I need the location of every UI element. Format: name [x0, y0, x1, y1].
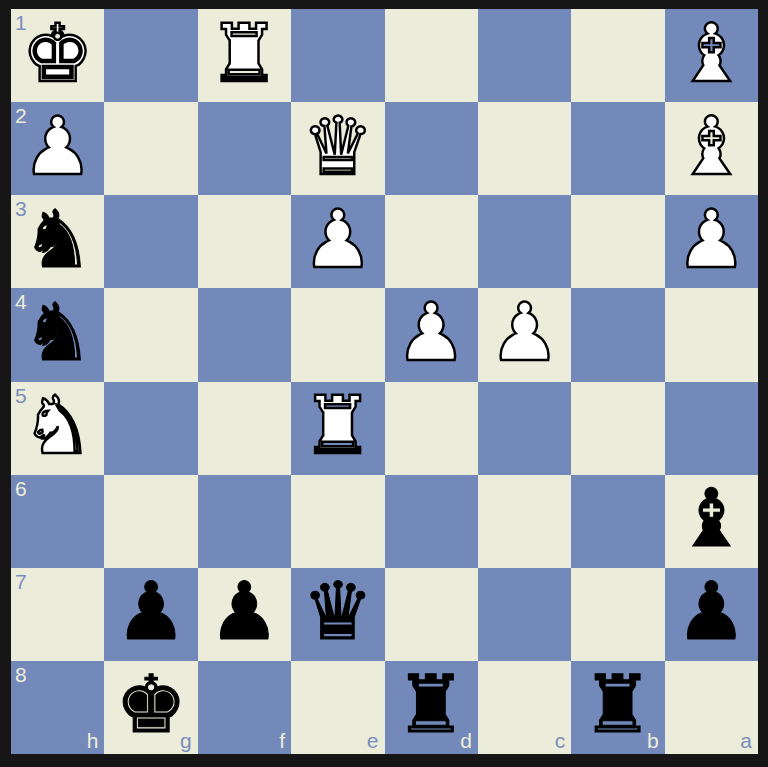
piece-black-rook[interactable]: ♜ [385, 661, 478, 754]
piece-black-pawn[interactable]: ♟ [104, 568, 197, 661]
square-e4[interactable] [291, 288, 384, 381]
square-a6[interactable]: ♝ [665, 475, 758, 568]
piece-white-pawn[interactable]: ♟ [478, 288, 571, 381]
piece-black-knight[interactable]: ♞ [11, 195, 104, 288]
square-c8[interactable]: c [478, 661, 571, 754]
piece-white-rook[interactable]: ♜ [198, 9, 291, 102]
rank-label-8: 8 [15, 664, 27, 685]
square-h4[interactable]: 4♞ [11, 288, 104, 381]
piece-white-pawn[interactable]: ♟ [385, 288, 478, 381]
file-label-a: a [740, 730, 752, 751]
piece-white-bishop[interactable]: ♝ [665, 102, 758, 195]
square-h3[interactable]: 3♞ [11, 195, 104, 288]
piece-black-knight[interactable]: ♞ [11, 288, 104, 381]
square-d7[interactable] [385, 568, 478, 661]
piece-black-queen[interactable]: ♛ [291, 568, 384, 661]
square-b3[interactable] [571, 195, 664, 288]
file-label-h: h [87, 730, 99, 751]
square-b8[interactable]: b♜ [571, 661, 664, 754]
square-h7[interactable]: 7 [11, 568, 104, 661]
square-a5[interactable] [665, 382, 758, 475]
square-f3[interactable] [198, 195, 291, 288]
piece-white-knight[interactable]: ♞ [11, 382, 104, 475]
square-a2[interactable]: ♝ [665, 102, 758, 195]
square-f2[interactable] [198, 102, 291, 195]
square-h8[interactable]: 8h [11, 661, 104, 754]
square-c6[interactable] [478, 475, 571, 568]
piece-white-pawn[interactable]: ♟ [291, 195, 384, 288]
square-f4[interactable] [198, 288, 291, 381]
square-d2[interactable] [385, 102, 478, 195]
piece-black-king[interactable]: ♚ [104, 661, 197, 754]
square-f6[interactable] [198, 475, 291, 568]
square-a1[interactable]: ♝ [665, 9, 758, 102]
square-d5[interactable] [385, 382, 478, 475]
piece-black-pawn[interactable]: ♟ [665, 568, 758, 661]
square-g3[interactable] [104, 195, 197, 288]
square-g2[interactable] [104, 102, 197, 195]
file-label-f: f [279, 730, 285, 751]
square-e1[interactable] [291, 9, 384, 102]
square-g5[interactable] [104, 382, 197, 475]
rank-label-6: 6 [15, 478, 27, 499]
square-h2[interactable]: 2♟ [11, 102, 104, 195]
square-c3[interactable] [478, 195, 571, 288]
square-d8[interactable]: d♜ [385, 661, 478, 754]
square-f8[interactable]: f [198, 661, 291, 754]
square-b1[interactable] [571, 9, 664, 102]
square-d3[interactable] [385, 195, 478, 288]
square-e7[interactable]: ♛ [291, 568, 384, 661]
square-c2[interactable] [478, 102, 571, 195]
piece-white-pawn[interactable]: ♟ [11, 102, 104, 195]
chess-board: 1♚♜♝2♟♛♝3♞♟♟4♞♟♟5♞♜6♝7♟♟♛♟8hg♚fed♜cb♜a [11, 9, 758, 754]
square-e5[interactable]: ♜ [291, 382, 384, 475]
square-a7[interactable]: ♟ [665, 568, 758, 661]
square-d6[interactable] [385, 475, 478, 568]
square-d4[interactable]: ♟ [385, 288, 478, 381]
piece-white-queen[interactable]: ♛ [291, 102, 384, 195]
square-b6[interactable] [571, 475, 664, 568]
square-b4[interactable] [571, 288, 664, 381]
square-c4[interactable]: ♟ [478, 288, 571, 381]
piece-black-pawn[interactable]: ♟ [198, 568, 291, 661]
square-h5[interactable]: 5♞ [11, 382, 104, 475]
square-h1[interactable]: 1♚ [11, 9, 104, 102]
square-a4[interactable] [665, 288, 758, 381]
square-f5[interactable] [198, 382, 291, 475]
square-a8[interactable]: a [665, 661, 758, 754]
square-e2[interactable]: ♛ [291, 102, 384, 195]
board-frame: 1♚♜♝2♟♛♝3♞♟♟4♞♟♟5♞♜6♝7♟♟♛♟8hg♚fed♜cb♜a [0, 0, 768, 767]
rank-label-7: 7 [15, 571, 27, 592]
square-b7[interactable] [571, 568, 664, 661]
square-g8[interactable]: g♚ [104, 661, 197, 754]
file-label-e: e [367, 730, 379, 751]
square-c5[interactable] [478, 382, 571, 475]
piece-white-pawn[interactable]: ♟ [665, 195, 758, 288]
piece-white-king[interactable]: ♚ [11, 9, 104, 102]
square-d1[interactable] [385, 9, 478, 102]
square-g6[interactable] [104, 475, 197, 568]
square-c1[interactable] [478, 9, 571, 102]
square-h6[interactable]: 6 [11, 475, 104, 568]
square-e6[interactable] [291, 475, 384, 568]
square-g7[interactable]: ♟ [104, 568, 197, 661]
square-b5[interactable] [571, 382, 664, 475]
piece-black-rook[interactable]: ♜ [571, 661, 664, 754]
piece-white-bishop[interactable]: ♝ [665, 9, 758, 102]
file-label-c: c [555, 730, 566, 751]
square-b2[interactable] [571, 102, 664, 195]
square-f1[interactable]: ♜ [198, 9, 291, 102]
piece-black-bishop[interactable]: ♝ [665, 475, 758, 568]
square-g4[interactable] [104, 288, 197, 381]
square-c7[interactable] [478, 568, 571, 661]
page: { "game": "chess", "position": { "fen": … [0, 0, 768, 767]
square-e3[interactable]: ♟ [291, 195, 384, 288]
square-g1[interactable] [104, 9, 197, 102]
square-a3[interactable]: ♟ [665, 195, 758, 288]
square-e8[interactable]: e [291, 661, 384, 754]
square-f7[interactable]: ♟ [198, 568, 291, 661]
piece-white-rook[interactable]: ♜ [291, 382, 384, 475]
